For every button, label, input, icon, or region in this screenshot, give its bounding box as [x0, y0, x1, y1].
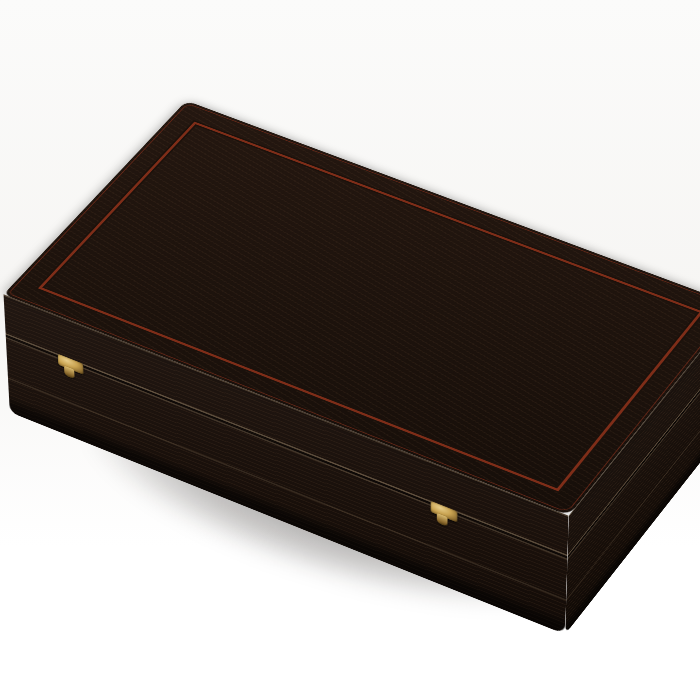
chess-case-photo — [0, 0, 700, 700]
pieces-layer — [0, 0, 700, 700]
